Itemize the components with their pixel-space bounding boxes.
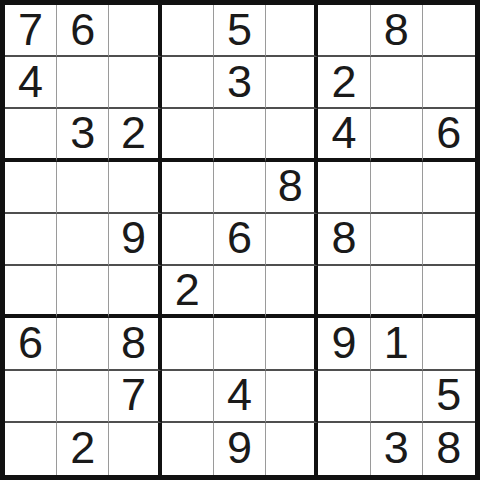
cell-r3c1[interactable] [5, 109, 57, 161]
cell-r2c1: 4 [5, 57, 57, 109]
cell-r2c4[interactable] [162, 57, 214, 109]
cell-r2c8[interactable] [371, 57, 423, 109]
cell-r4c9[interactable] [423, 162, 475, 214]
cell-r3c4[interactable] [162, 109, 214, 161]
cell-r7c1: 6 [5, 318, 57, 370]
cell-r5c8[interactable] [371, 214, 423, 266]
given-digit: 3 [70, 110, 95, 155]
cell-r4c8[interactable] [371, 162, 423, 214]
cell-r2c9[interactable] [423, 57, 475, 109]
cell-r9c4[interactable] [162, 423, 214, 475]
cell-r3c2: 3 [57, 109, 109, 161]
cell-r1c5: 5 [214, 5, 266, 57]
given-digit: 8 [331, 215, 356, 260]
cell-r1c3[interactable] [109, 5, 161, 57]
cell-r4c3[interactable] [109, 162, 161, 214]
cell-r9c1[interactable] [5, 423, 57, 475]
cell-r7c5[interactable] [214, 318, 266, 370]
cell-r7c8: 1 [371, 318, 423, 370]
given-digit: 6 [227, 215, 252, 260]
given-digit: 7 [18, 7, 43, 52]
cell-r5c3: 9 [109, 214, 161, 266]
sudoku-board: 765843232468968268917452938 [0, 0, 480, 480]
cell-r1c2: 6 [57, 5, 109, 57]
cell-r4c6: 8 [266, 162, 318, 214]
cell-r9c5: 9 [214, 423, 266, 475]
cell-r2c5: 3 [214, 57, 266, 109]
cell-r8c3: 7 [109, 371, 161, 423]
cell-r3c3: 2 [109, 109, 161, 161]
cell-r1c8: 8 [371, 5, 423, 57]
cell-r2c3[interactable] [109, 57, 161, 109]
cell-r9c8: 3 [371, 423, 423, 475]
cell-r4c1[interactable] [5, 162, 57, 214]
cell-r2c2[interactable] [57, 57, 109, 109]
given-digit: 8 [121, 320, 146, 365]
given-digit: 8 [278, 163, 303, 208]
cell-r6c3[interactable] [109, 266, 161, 318]
cell-r6c8[interactable] [371, 266, 423, 318]
cell-r5c5: 6 [214, 214, 266, 266]
given-digit: 4 [18, 59, 43, 104]
cell-r1c7[interactable] [318, 5, 370, 57]
given-digit: 2 [331, 59, 356, 104]
given-digit: 9 [227, 425, 252, 470]
cell-r2c6[interactable] [266, 57, 318, 109]
cell-r1c4[interactable] [162, 5, 214, 57]
cell-r8c5: 4 [214, 371, 266, 423]
cell-r8c7[interactable] [318, 371, 370, 423]
cell-r5c1[interactable] [5, 214, 57, 266]
given-digit: 2 [121, 110, 146, 155]
cell-r1c1: 7 [5, 5, 57, 57]
given-digit: 3 [227, 59, 252, 104]
cell-r7c2[interactable] [57, 318, 109, 370]
cell-r3c8[interactable] [371, 109, 423, 161]
cell-r5c6[interactable] [266, 214, 318, 266]
cell-r1c6[interactable] [266, 5, 318, 57]
cell-r6c7[interactable] [318, 266, 370, 318]
given-digit: 6 [70, 7, 95, 52]
cell-r8c8[interactable] [371, 371, 423, 423]
cell-r5c4[interactable] [162, 214, 214, 266]
given-digit: 6 [18, 320, 43, 365]
cell-r4c2[interactable] [57, 162, 109, 214]
given-digit: 5 [227, 7, 252, 52]
cell-r7c9[interactable] [423, 318, 475, 370]
cell-r6c4: 2 [162, 266, 214, 318]
cell-r4c5[interactable] [214, 162, 266, 214]
given-digit: 2 [70, 425, 95, 470]
given-digit: 6 [436, 110, 461, 155]
cell-r8c1[interactable] [5, 371, 57, 423]
given-digit: 3 [384, 425, 409, 470]
cell-r3c9: 6 [423, 109, 475, 161]
cell-r1c9[interactable] [423, 5, 475, 57]
given-digit: 4 [227, 372, 252, 417]
given-digit: 4 [331, 110, 356, 155]
cell-r8c9: 5 [423, 371, 475, 423]
cell-r7c3: 8 [109, 318, 161, 370]
cell-r7c4[interactable] [162, 318, 214, 370]
given-digit: 9 [331, 320, 356, 365]
cell-r6c6[interactable] [266, 266, 318, 318]
cell-r3c7: 4 [318, 109, 370, 161]
given-digit: 7 [121, 372, 146, 417]
cell-r6c5[interactable] [214, 266, 266, 318]
cell-r7c7: 9 [318, 318, 370, 370]
given-digit: 9 [121, 215, 146, 260]
given-digit: 8 [436, 425, 461, 470]
cell-r8c6[interactable] [266, 371, 318, 423]
cell-r9c2: 2 [57, 423, 109, 475]
cell-r4c4[interactable] [162, 162, 214, 214]
cell-r5c9[interactable] [423, 214, 475, 266]
cell-r7c6[interactable] [266, 318, 318, 370]
cell-r6c9[interactable] [423, 266, 475, 318]
cell-r5c7: 8 [318, 214, 370, 266]
given-digit: 8 [384, 7, 409, 52]
cell-r9c9: 8 [423, 423, 475, 475]
cell-r6c1[interactable] [5, 266, 57, 318]
cell-r3c6[interactable] [266, 109, 318, 161]
cell-r2c7: 2 [318, 57, 370, 109]
cell-r5c2[interactable] [57, 214, 109, 266]
cell-r9c6[interactable] [266, 423, 318, 475]
given-digit: 5 [436, 372, 461, 417]
given-digit: 1 [384, 320, 409, 365]
cell-r9c3[interactable] [109, 423, 161, 475]
cell-r8c2[interactable] [57, 371, 109, 423]
cell-r4c7[interactable] [318, 162, 370, 214]
cell-r9c7[interactable] [318, 423, 370, 475]
given-digit: 2 [175, 267, 200, 312]
cell-r6c2[interactable] [57, 266, 109, 318]
cell-r8c4[interactable] [162, 371, 214, 423]
cell-r3c5[interactable] [214, 109, 266, 161]
